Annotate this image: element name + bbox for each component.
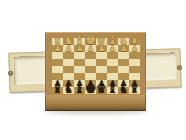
square-h5[interactable] xyxy=(52,66,63,73)
square-g5[interactable] xyxy=(63,66,74,73)
black-knight[interactable]: ♞ xyxy=(64,85,73,95)
square-e3[interactable] xyxy=(85,52,96,59)
square-a8[interactable]: ♜ xyxy=(129,87,140,94)
square-d5[interactable] xyxy=(96,66,107,73)
square-b4[interactable] xyxy=(118,59,129,66)
square-d8[interactable]: ♛ xyxy=(96,87,107,94)
square-f8[interactable]: ♝ xyxy=(74,87,85,94)
square-f2[interactable]: ♟ xyxy=(74,45,85,52)
square-b2[interactable]: ♟ xyxy=(118,45,129,52)
square-c4[interactable] xyxy=(107,59,118,66)
square-f5[interactable] xyxy=(74,66,85,73)
square-e5[interactable] xyxy=(85,66,96,73)
box-front-panel xyxy=(45,95,146,111)
black-knight[interactable]: ♞ xyxy=(119,85,128,95)
board-frame: ♜♞♝♚♛♝♞♜♟♟♟♟♟♟♟♟♟♟♟♟♟♟♟♟♜♞♝♚♛♝♞♜ xyxy=(45,32,146,95)
square-a5[interactable] xyxy=(129,66,140,73)
chess-box: ♜♞♝♚♛♝♞♜♟♟♟♟♟♟♟♟♟♟♟♟♟♟♟♟♜♞♝♚♛♝♞♜ xyxy=(45,32,146,111)
square-a3[interactable] xyxy=(129,52,140,59)
square-b5[interactable] xyxy=(118,66,129,73)
right-drawer-knob[interactable] xyxy=(177,65,182,70)
left-drawer-knob[interactable] xyxy=(8,71,13,76)
square-g4[interactable] xyxy=(63,59,74,66)
black-king[interactable]: ♚ xyxy=(85,82,97,95)
square-h8[interactable]: ♜ xyxy=(52,87,63,94)
chess-set-product-photo: ♜♞♝♚♛♝♞♜♟♟♟♟♟♟♟♟♟♟♟♟♟♟♟♟♜♞♝♚♛♝♞♜ xyxy=(0,0,186,140)
square-c8[interactable]: ♝ xyxy=(107,87,118,94)
square-g3[interactable] xyxy=(63,52,74,59)
square-g2[interactable]: ♟ xyxy=(63,45,74,52)
black-rook[interactable]: ♜ xyxy=(130,86,138,95)
square-f3[interactable] xyxy=(74,52,85,59)
square-e2[interactable]: ♟ xyxy=(85,45,96,52)
black-bishop[interactable]: ♝ xyxy=(75,84,85,95)
square-f4[interactable] xyxy=(74,59,85,66)
square-g8[interactable]: ♞ xyxy=(63,87,74,94)
chess-board: ♜♞♝♚♛♝♞♜♟♟♟♟♟♟♟♟♟♟♟♟♟♟♟♟♜♞♝♚♛♝♞♜ xyxy=(52,38,140,94)
square-b8[interactable]: ♞ xyxy=(118,87,129,94)
square-a2[interactable]: ♟ xyxy=(129,45,140,52)
square-b3[interactable] xyxy=(118,52,129,59)
square-d3[interactable] xyxy=(96,52,107,59)
square-h4[interactable] xyxy=(52,59,63,66)
square-c2[interactable]: ♟ xyxy=(107,45,118,52)
square-h3[interactable] xyxy=(52,52,63,59)
square-a4[interactable] xyxy=(129,59,140,66)
square-d2[interactable]: ♟ xyxy=(96,45,107,52)
square-c3[interactable] xyxy=(107,52,118,59)
square-e8[interactable]: ♚ xyxy=(85,87,96,94)
square-e4[interactable] xyxy=(85,59,96,66)
black-rook[interactable]: ♜ xyxy=(53,86,61,95)
black-bishop[interactable]: ♝ xyxy=(108,84,118,95)
square-c5[interactable] xyxy=(107,66,118,73)
square-h2[interactable]: ♟ xyxy=(52,45,63,52)
black-queen[interactable]: ♛ xyxy=(96,83,107,95)
square-d4[interactable] xyxy=(96,59,107,66)
